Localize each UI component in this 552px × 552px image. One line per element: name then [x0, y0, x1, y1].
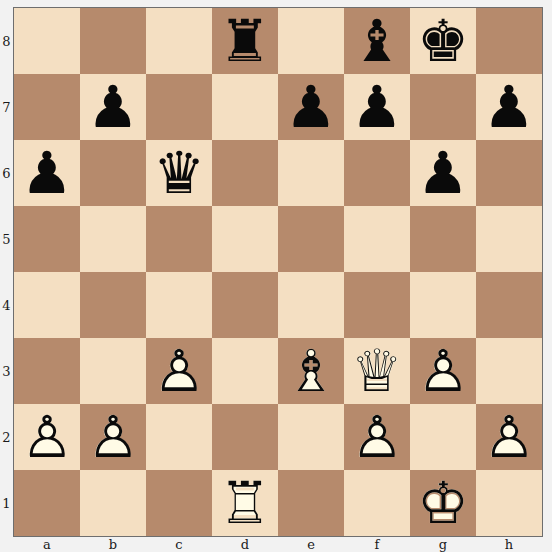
- square-f6[interactable]: [344, 140, 410, 206]
- rank-label-2: 2: [0, 404, 13, 470]
- piece-black-pawn-b7: ♟: [80, 74, 146, 140]
- square-c3[interactable]: ♟♙: [146, 338, 212, 404]
- piece-black-pawn-g6: ♟: [410, 140, 476, 206]
- piece-black-rook-d8: ♜: [212, 8, 278, 74]
- square-g3[interactable]: ♟♙: [410, 338, 476, 404]
- square-g7[interactable]: [410, 74, 476, 140]
- piece-black-pawn-h7: ♟: [476, 74, 542, 140]
- square-b1[interactable]: [80, 470, 146, 536]
- board-frame: ♜♝♚♟♟♟♟♟♛♟♟♙♝♗♛♕♟♙♟♙♟♙♟♙♟♙♜♖♚♔: [13, 7, 543, 537]
- file-label-h: h: [476, 536, 542, 552]
- piece-black-queen-c6: ♛: [146, 140, 212, 206]
- square-b3[interactable]: [80, 338, 146, 404]
- square-c5[interactable]: [146, 206, 212, 272]
- rank-label-8: 8: [0, 8, 13, 74]
- piece-fill-white-rook-d1: ♜: [212, 470, 278, 536]
- file-label-a: a: [14, 536, 80, 552]
- square-f7[interactable]: ♟: [344, 74, 410, 140]
- piece-black-pawn-f7: ♟: [344, 74, 410, 140]
- square-h4[interactable]: [476, 272, 542, 338]
- square-e7[interactable]: ♟: [278, 74, 344, 140]
- square-e2[interactable]: [278, 404, 344, 470]
- square-a7[interactable]: [14, 74, 80, 140]
- square-b7[interactable]: ♟: [80, 74, 146, 140]
- square-b4[interactable]: [80, 272, 146, 338]
- square-g6[interactable]: ♟: [410, 140, 476, 206]
- square-g1[interactable]: ♚♔: [410, 470, 476, 536]
- piece-white-rook-d1: ♖: [212, 470, 278, 536]
- square-d2[interactable]: [212, 404, 278, 470]
- square-g2[interactable]: [410, 404, 476, 470]
- file-label-e: e: [278, 536, 344, 552]
- piece-fill-white-bishop-e3: ♝: [278, 338, 344, 404]
- square-c4[interactable]: [146, 272, 212, 338]
- square-b5[interactable]: [80, 206, 146, 272]
- square-e6[interactable]: [278, 140, 344, 206]
- square-h7[interactable]: ♟: [476, 74, 542, 140]
- rank-label-1: 1: [0, 470, 13, 536]
- piece-white-bishop-e3: ♗: [278, 338, 344, 404]
- piece-fill-white-king-g1: ♚: [410, 470, 476, 536]
- rank-label-5: 5: [0, 206, 13, 272]
- square-a1[interactable]: [14, 470, 80, 536]
- square-f4[interactable]: [344, 272, 410, 338]
- square-c7[interactable]: [146, 74, 212, 140]
- square-f2[interactable]: ♟♙: [344, 404, 410, 470]
- chess-diagram: 87654321 ♜♝♚♟♟♟♟♟♛♟♟♙♝♗♛♕♟♙♟♙♟♙♟♙♟♙♜♖♚♔ …: [0, 0, 552, 552]
- piece-fill-white-pawn-f2: ♟: [344, 404, 410, 470]
- piece-fill-white-pawn-a2: ♟: [14, 404, 80, 470]
- square-d5[interactable]: [212, 206, 278, 272]
- piece-white-pawn-f2: ♙: [344, 404, 410, 470]
- square-c1[interactable]: [146, 470, 212, 536]
- square-h6[interactable]: [476, 140, 542, 206]
- square-g5[interactable]: [410, 206, 476, 272]
- piece-black-pawn-a6: ♟: [14, 140, 80, 206]
- piece-fill-white-pawn-b2: ♟: [80, 404, 146, 470]
- square-h2[interactable]: ♟♙: [476, 404, 542, 470]
- square-g4[interactable]: [410, 272, 476, 338]
- square-d4[interactable]: [212, 272, 278, 338]
- square-b2[interactable]: ♟♙: [80, 404, 146, 470]
- square-h8[interactable]: [476, 8, 542, 74]
- square-a4[interactable]: [14, 272, 80, 338]
- piece-fill-white-pawn-g3: ♟: [410, 338, 476, 404]
- square-f1[interactable]: [344, 470, 410, 536]
- square-c6[interactable]: ♛: [146, 140, 212, 206]
- piece-black-bishop-f8: ♝: [344, 8, 410, 74]
- square-c2[interactable]: [146, 404, 212, 470]
- square-a8[interactable]: [14, 8, 80, 74]
- square-e8[interactable]: [278, 8, 344, 74]
- square-d8[interactable]: ♜: [212, 8, 278, 74]
- square-f5[interactable]: [344, 206, 410, 272]
- file-label-b: b: [80, 536, 146, 552]
- piece-fill-white-pawn-c3: ♟: [146, 338, 212, 404]
- square-d1[interactable]: ♜♖: [212, 470, 278, 536]
- piece-white-queen-f3: ♕: [344, 338, 410, 404]
- file-label-f: f: [344, 536, 410, 552]
- square-b6[interactable]: [80, 140, 146, 206]
- piece-white-pawn-b2: ♙: [80, 404, 146, 470]
- piece-black-pawn-e7: ♟: [278, 74, 344, 140]
- square-e3[interactable]: ♝♗: [278, 338, 344, 404]
- square-a3[interactable]: [14, 338, 80, 404]
- file-labels: abcdefgh: [14, 536, 542, 552]
- square-e5[interactable]: [278, 206, 344, 272]
- rank-label-7: 7: [0, 74, 13, 140]
- square-h3[interactable]: [476, 338, 542, 404]
- piece-fill-white-pawn-h2: ♟: [476, 404, 542, 470]
- square-f8[interactable]: ♝: [344, 8, 410, 74]
- piece-white-king-g1: ♔: [410, 470, 476, 536]
- square-h1[interactable]: [476, 470, 542, 536]
- rank-labels: 87654321: [0, 8, 13, 536]
- piece-fill-white-queen-f3: ♛: [344, 338, 410, 404]
- square-g8[interactable]: ♚: [410, 8, 476, 74]
- file-label-c: c: [146, 536, 212, 552]
- piece-white-pawn-h2: ♙: [476, 404, 542, 470]
- piece-white-pawn-a2: ♙: [14, 404, 80, 470]
- piece-white-pawn-c3: ♙: [146, 338, 212, 404]
- square-e4[interactable]: [278, 272, 344, 338]
- square-f3[interactable]: ♛♕: [344, 338, 410, 404]
- square-d6[interactable]: [212, 140, 278, 206]
- square-d7[interactable]: [212, 74, 278, 140]
- square-a5[interactable]: [14, 206, 80, 272]
- rank-label-4: 4: [0, 272, 13, 338]
- file-label-d: d: [212, 536, 278, 552]
- file-label-g: g: [410, 536, 476, 552]
- chess-board: ♜♝♚♟♟♟♟♟♛♟♟♙♝♗♛♕♟♙♟♙♟♙♟♙♟♙♜♖♚♔: [14, 8, 542, 536]
- square-d3[interactable]: [212, 338, 278, 404]
- square-a6[interactable]: ♟: [14, 140, 80, 206]
- rank-label-6: 6: [0, 140, 13, 206]
- rank-label-3: 3: [0, 338, 13, 404]
- square-e1[interactable]: [278, 470, 344, 536]
- square-a2[interactable]: ♟♙: [14, 404, 80, 470]
- piece-black-king-g8: ♚: [410, 8, 476, 74]
- square-c8[interactable]: [146, 8, 212, 74]
- square-b8[interactable]: [80, 8, 146, 74]
- square-h5[interactable]: [476, 206, 542, 272]
- piece-white-pawn-g3: ♙: [410, 338, 476, 404]
